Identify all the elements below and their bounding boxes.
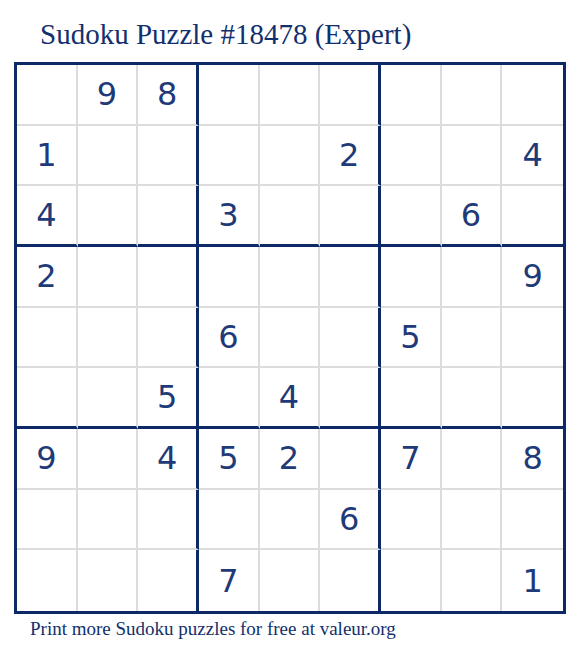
cell-r7c9: 8 (502, 429, 563, 490)
cell-r7c3: 4 (138, 429, 199, 490)
cell-r9c5 (260, 550, 321, 611)
cell-r7c6 (320, 429, 381, 490)
cell-r9c4: 7 (199, 550, 260, 611)
cell-r6c6 (320, 368, 381, 429)
cell-r3c8: 6 (442, 186, 503, 247)
cell-r5c1 (17, 308, 78, 369)
cell-r6c9 (502, 368, 563, 429)
cell-r7c5: 2 (260, 429, 321, 490)
cell-r3c2 (78, 186, 139, 247)
cell-r4c5 (260, 247, 321, 308)
cell-r5c9 (502, 308, 563, 369)
cell-r5c6 (320, 308, 381, 369)
cell-r8c9 (502, 490, 563, 551)
cell-r5c7: 5 (381, 308, 442, 369)
cell-r5c3 (138, 308, 199, 369)
cell-r6c7 (381, 368, 442, 429)
cell-r5c8 (442, 308, 503, 369)
cell-r2c2 (78, 126, 139, 187)
cell-r4c6 (320, 247, 381, 308)
cell-r7c2 (78, 429, 139, 490)
cell-r8c7 (381, 490, 442, 551)
cell-r2c3 (138, 126, 199, 187)
cell-r3c7 (381, 186, 442, 247)
cell-r1c8 (442, 65, 503, 126)
cell-r1c2: 9 (78, 65, 139, 126)
cell-r9c8 (442, 550, 503, 611)
cell-r6c4 (199, 368, 260, 429)
cell-r4c9: 9 (502, 247, 563, 308)
cell-r9c7 (381, 550, 442, 611)
cell-r4c2 (78, 247, 139, 308)
cell-r1c7 (381, 65, 442, 126)
cell-r8c8 (442, 490, 503, 551)
cell-r3c1: 4 (17, 186, 78, 247)
cell-r2c7 (381, 126, 442, 187)
cell-r3c6 (320, 186, 381, 247)
page-title: Sudoku Puzzle #18478 (Expert) (40, 18, 411, 51)
cell-r8c1 (17, 490, 78, 551)
cell-r4c1: 2 (17, 247, 78, 308)
cell-r4c7 (381, 247, 442, 308)
sudoku-page: Sudoku Puzzle #18478 (Expert) 9812443629… (0, 0, 580, 651)
cell-r5c5 (260, 308, 321, 369)
cell-r1c9 (502, 65, 563, 126)
cell-r3c9 (502, 186, 563, 247)
cell-r1c4 (199, 65, 260, 126)
cell-r2c1: 1 (17, 126, 78, 187)
cell-r6c3: 5 (138, 368, 199, 429)
cell-r2c6: 2 (320, 126, 381, 187)
cell-r1c6 (320, 65, 381, 126)
cell-r8c6: 6 (320, 490, 381, 551)
cell-r5c2 (78, 308, 139, 369)
cell-r7c8 (442, 429, 503, 490)
cell-r4c8 (442, 247, 503, 308)
cell-r9c1 (17, 550, 78, 611)
cell-r3c5 (260, 186, 321, 247)
cell-r7c4: 5 (199, 429, 260, 490)
cell-r7c7: 7 (381, 429, 442, 490)
cell-r8c4 (199, 490, 260, 551)
cell-r9c6 (320, 550, 381, 611)
cell-r2c5 (260, 126, 321, 187)
cell-r9c2 (78, 550, 139, 611)
cell-r2c4 (199, 126, 260, 187)
cell-r9c3 (138, 550, 199, 611)
cell-r8c5 (260, 490, 321, 551)
cell-r4c4 (199, 247, 260, 308)
cell-r2c9: 4 (502, 126, 563, 187)
cell-r3c3 (138, 186, 199, 247)
cell-r7c1: 9 (17, 429, 78, 490)
cell-r8c3 (138, 490, 199, 551)
cell-r1c1 (17, 65, 78, 126)
cell-r9c9: 1 (502, 550, 563, 611)
cell-r3c4: 3 (199, 186, 260, 247)
sudoku-board: 98124436296554945278671 (14, 62, 566, 614)
cell-r1c3: 8 (138, 65, 199, 126)
cell-r6c1 (17, 368, 78, 429)
cell-r6c8 (442, 368, 503, 429)
cell-r6c2 (78, 368, 139, 429)
cell-r6c5: 4 (260, 368, 321, 429)
cell-r4c3 (138, 247, 199, 308)
cell-r1c5 (260, 65, 321, 126)
cell-r5c4: 6 (199, 308, 260, 369)
cell-r8c2 (78, 490, 139, 551)
cell-r2c8 (442, 126, 503, 187)
footer-text: Print more Sudoku puzzles for free at va… (30, 618, 396, 640)
